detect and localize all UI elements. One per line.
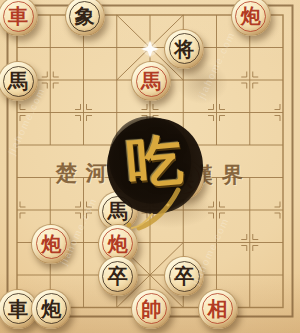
piece-glyph: 車 (8, 6, 28, 26)
piece-glyph: 車 (8, 298, 28, 318)
piece-black-soldier[interactable]: 卒 (164, 256, 204, 296)
piece-glyph: 炮 (41, 298, 61, 318)
piece-glyph: 帥 (141, 298, 161, 318)
piece-red-cannon[interactable]: 炮 (31, 224, 71, 264)
piece-red-general[interactable]: 帥 (131, 289, 171, 329)
piece-red-elephant[interactable]: 相 (198, 289, 238, 329)
piece-glyph: 馬 (8, 71, 28, 91)
piece-black-cannon[interactable]: 炮 (31, 289, 71, 329)
piece-glyph: 将 (174, 38, 194, 58)
piece-red-horse[interactable]: 馬 (131, 61, 171, 101)
piece-glyph: 兵 (174, 168, 194, 188)
board-grid (0, 0, 300, 333)
piece-glyph: 象 (75, 6, 95, 26)
xiangqi-board[interactable]: 楚河 漢界 車象炮将馬馬兵馬炮炮卒卒車炮帥相 吃 jiahome.com jia… (0, 0, 300, 333)
piece-glyph: 卒 (174, 266, 194, 286)
piece-black-soldier[interactable]: 卒 (98, 256, 138, 296)
piece-glyph: 相 (208, 298, 228, 318)
piece-black-general[interactable]: 将 (164, 29, 204, 69)
piece-glyph: 馬 (108, 201, 128, 221)
river-label-left: 楚河 (56, 159, 116, 187)
piece-glyph: 卒 (108, 266, 128, 286)
piece-glyph: 炮 (41, 233, 61, 253)
piece-red-soldier[interactable]: 兵 (164, 159, 204, 199)
piece-glyph: 馬 (141, 71, 161, 91)
piece-glyph: 炮 (108, 233, 128, 253)
piece-black-elephant[interactable]: 象 (65, 0, 105, 36)
piece-glyph: 炮 (241, 6, 261, 26)
